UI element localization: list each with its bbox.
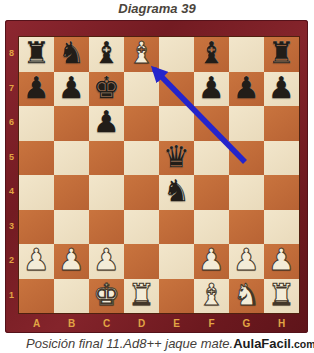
square-c7: ♚ <box>89 72 124 107</box>
square-h4 <box>264 175 299 210</box>
piece-black-knight: ♞ <box>58 38 85 68</box>
square-h7: ♟ <box>264 72 299 107</box>
rank-label: 6 <box>5 105 18 140</box>
piece-white-bishop: ♝ <box>128 38 155 68</box>
square-h8: ♜ <box>264 37 299 72</box>
file-labels: ABCDEFGH <box>19 314 299 333</box>
square-b3 <box>54 210 89 245</box>
rank-label: 2 <box>5 243 18 278</box>
file-label: C <box>89 314 124 333</box>
piece-black-bishop: ♝ <box>93 38 120 68</box>
square-h3 <box>264 210 299 245</box>
piece-white-pawn: ♟ <box>268 245 295 275</box>
square-g4 <box>229 175 264 210</box>
piece-white-knight: ♞ <box>233 280 260 310</box>
square-e2 <box>159 244 194 279</box>
rank-label: 1 <box>5 278 18 313</box>
square-d7 <box>124 72 159 107</box>
piece-black-pawn: ♟ <box>233 73 260 103</box>
square-f8: ♝ <box>194 37 229 72</box>
piece-black-rook: ♜ <box>268 38 295 68</box>
square-g6 <box>229 106 264 141</box>
square-a8: ♜ <box>19 37 54 72</box>
square-b7: ♟ <box>54 72 89 107</box>
square-g5 <box>229 141 264 176</box>
square-a4 <box>19 175 54 210</box>
square-d4 <box>124 175 159 210</box>
square-e6 <box>159 106 194 141</box>
file-label: D <box>124 314 159 333</box>
square-a7: ♟ <box>19 72 54 107</box>
piece-white-pawn: ♟ <box>23 245 50 275</box>
square-a2: ♟ <box>19 244 54 279</box>
square-h2: ♟ <box>264 244 299 279</box>
square-c8: ♝ <box>89 37 124 72</box>
square-c3 <box>89 210 124 245</box>
piece-black-rook: ♜ <box>23 38 50 68</box>
file-label: F <box>194 314 229 333</box>
square-f3 <box>194 210 229 245</box>
piece-white-pawn: ♟ <box>93 245 120 275</box>
piece-black-pawn: ♟ <box>93 107 120 137</box>
square-e8 <box>159 37 194 72</box>
square-a5 <box>19 141 54 176</box>
square-g8 <box>229 37 264 72</box>
brand-suffix: .com <box>291 338 314 350</box>
square-f5 <box>194 141 229 176</box>
rank-label: 3 <box>5 209 18 244</box>
square-f7: ♟ <box>194 72 229 107</box>
square-a1 <box>19 279 54 314</box>
square-e1 <box>159 279 194 314</box>
square-b6 <box>54 106 89 141</box>
square-g3 <box>229 210 264 245</box>
piece-white-king: ♚ <box>93 280 120 310</box>
file-label: G <box>229 314 264 333</box>
square-b4 <box>54 175 89 210</box>
piece-black-knight: ♞ <box>163 176 190 206</box>
rank-label: 4 <box>5 174 18 209</box>
square-e4: ♞ <box>159 175 194 210</box>
file-label: H <box>264 314 299 333</box>
piece-white-rook: ♜ <box>268 280 295 310</box>
square-c6: ♟ <box>89 106 124 141</box>
square-f4 <box>194 175 229 210</box>
square-d5 <box>124 141 159 176</box>
square-c4 <box>89 175 124 210</box>
piece-black-pawn: ♟ <box>198 73 225 103</box>
square-e5: ♛ <box>159 141 194 176</box>
square-b2: ♟ <box>54 244 89 279</box>
piece-black-queen: ♛ <box>163 142 190 172</box>
square-h6 <box>264 106 299 141</box>
piece-white-pawn: ♟ <box>58 245 85 275</box>
square-c1: ♚ <box>89 279 124 314</box>
square-d1: ♜ <box>124 279 159 314</box>
piece-black-pawn: ♟ <box>58 73 85 103</box>
square-g2: ♟ <box>229 244 264 279</box>
piece-white-rook: ♜ <box>128 280 155 310</box>
brand-name: AulaFacil <box>233 336 291 351</box>
rank-label: 8 <box>5 36 18 71</box>
caption-text: Posición final 11.Ad8++ jaque mate. <box>26 336 233 351</box>
square-a3 <box>19 210 54 245</box>
square-e7 <box>159 72 194 107</box>
rank-label: 7 <box>5 71 18 106</box>
piece-white-pawn: ♟ <box>198 245 225 275</box>
square-e3 <box>159 210 194 245</box>
square-h1: ♜ <box>264 279 299 314</box>
file-label: A <box>19 314 54 333</box>
square-h5 <box>264 141 299 176</box>
piece-white-bishop: ♝ <box>198 280 225 310</box>
square-d3 <box>124 210 159 245</box>
square-c2: ♟ <box>89 244 124 279</box>
file-label: E <box>159 314 194 333</box>
square-c5 <box>89 141 124 176</box>
square-g1: ♞ <box>229 279 264 314</box>
square-d6 <box>124 106 159 141</box>
piece-black-king: ♚ <box>93 73 120 103</box>
square-f1: ♝ <box>194 279 229 314</box>
rank-labels: 87654321 <box>5 36 18 312</box>
rank-label: 5 <box>5 140 18 175</box>
square-d8: ♝ <box>124 37 159 72</box>
square-b5 <box>54 141 89 176</box>
square-g7: ♟ <box>229 72 264 107</box>
square-d2 <box>124 244 159 279</box>
diagram: Diagrama 39 87654321 ♜♞♝♝♝♜♟♟♚♟♟♟♟♛♞♟♟♟♟… <box>0 0 314 353</box>
square-a6 <box>19 106 54 141</box>
file-label: B <box>54 314 89 333</box>
diagram-title: Diagrama 39 <box>0 1 314 16</box>
piece-black-pawn: ♟ <box>268 73 295 103</box>
piece-white-pawn: ♟ <box>233 245 260 275</box>
brand-logo: AulaFacil .com <box>233 336 314 351</box>
chess-board: 87654321 ♜♞♝♝♝♜♟♟♚♟♟♟♟♛♞♟♟♟♟♟♟♚♜♝♞♜ ABCD… <box>5 20 308 333</box>
board-squares: ♜♞♝♝♝♜♟♟♚♟♟♟♟♛♞♟♟♟♟♟♟♚♜♝♞♜ <box>18 36 300 314</box>
square-b8: ♞ <box>54 37 89 72</box>
piece-black-pawn: ♟ <box>23 73 50 103</box>
square-f2: ♟ <box>194 244 229 279</box>
square-f6 <box>194 106 229 141</box>
caption-bar: Posición final 11.Ad8++ jaque mate. Aula… <box>0 334 314 353</box>
square-b1 <box>54 279 89 314</box>
piece-black-bishop: ♝ <box>198 38 225 68</box>
